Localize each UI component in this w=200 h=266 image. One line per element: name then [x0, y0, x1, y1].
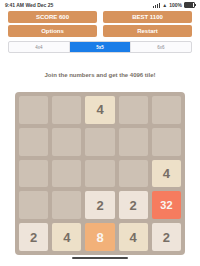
battery-percent: 100% — [169, 2, 182, 8]
empty-cell — [52, 160, 81, 188]
status-icons: ▲ 100% — [153, 2, 195, 8]
empty-cell — [85, 160, 114, 188]
empty-cell — [119, 96, 148, 124]
status-time-date: 9:41 AM Wed Dec 25 — [5, 2, 53, 8]
empty-cell — [119, 160, 148, 188]
tile-4: 4 — [85, 96, 114, 124]
empty-cell — [19, 160, 48, 188]
empty-cell — [52, 96, 81, 124]
board[interactable]: 44223224842 — [15, 92, 185, 255]
segment-4x4[interactable]: 4x4 — [9, 42, 70, 52]
empty-cell — [52, 128, 81, 156]
board-size-segmented-control: 4x4 5x5 6x6 — [8, 41, 192, 53]
score-row: SCORE 600 BEST 1100 — [0, 11, 200, 23]
tile-2: 2 — [152, 223, 181, 251]
home-indicator[interactable] — [72, 257, 128, 260]
tile-4: 4 — [152, 160, 181, 188]
empty-cell — [52, 191, 81, 219]
status-bar: 9:41 AM Wed Dec 25 ▲ 100% — [0, 0, 200, 9]
tile-2: 2 — [85, 191, 114, 219]
controls-row: Options Restart — [0, 25, 200, 37]
empty-cell — [152, 128, 181, 156]
empty-cell — [119, 128, 148, 156]
tile-4: 4 — [119, 223, 148, 251]
score-button[interactable]: SCORE 600 — [8, 11, 97, 23]
wifi-icon: ▲ — [162, 3, 167, 8]
empty-cell — [19, 128, 48, 156]
tile-32: 32 — [152, 191, 181, 219]
restart-button[interactable]: Restart — [103, 25, 192, 37]
empty-cell — [152, 96, 181, 124]
empty-cell — [19, 96, 48, 124]
battery-icon — [184, 2, 195, 8]
empty-cell — [19, 191, 48, 219]
options-button[interactable]: Options — [8, 25, 97, 37]
tile-2: 2 — [119, 191, 148, 219]
segment-6x6[interactable]: 6x6 — [131, 42, 191, 52]
best-button[interactable]: BEST 1100 — [103, 11, 192, 23]
signal-icon — [153, 3, 160, 8]
empty-cell — [85, 128, 114, 156]
tile-2: 2 — [19, 223, 48, 251]
segment-5x5[interactable]: 5x5 — [70, 42, 131, 52]
tip-text: Join the numbers and get the 4096 tile! — [0, 72, 200, 78]
tile-4: 4 — [52, 223, 81, 251]
tile-8: 8 — [85, 223, 114, 251]
